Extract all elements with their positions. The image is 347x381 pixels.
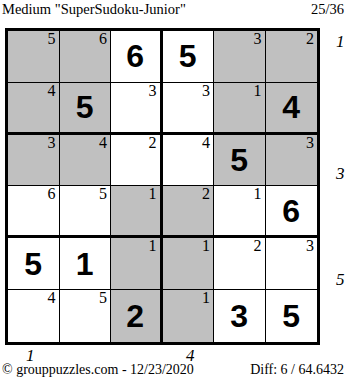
cell-r5c1[interactable]: 5 (8, 238, 60, 290)
cell-r5c3[interactable]: 1 (111, 238, 163, 290)
cell-r1c4[interactable]: 5 (163, 31, 215, 83)
big-digit (60, 186, 111, 235)
big-digit: 5 (266, 290, 318, 342)
cell-r4c6[interactable]: 6 (266, 186, 318, 238)
cell-r4c4[interactable]: 2 (163, 186, 215, 238)
big-digit: 6 (266, 186, 318, 235)
cell-r6c1[interactable]: 4 (8, 290, 60, 342)
big-digit: 2 (111, 290, 160, 342)
big-digit (8, 290, 59, 342)
big-digit: 5 (163, 31, 214, 82)
big-digit (111, 83, 160, 132)
big-digit (266, 238, 318, 289)
big-digit: 5 (60, 83, 111, 132)
difficulty-text: Diff: 6 / 64.6432 (250, 362, 344, 378)
cell-r6c2[interactable]: 5 (60, 290, 112, 342)
cell-r3c1[interactable]: 3 (8, 135, 60, 187)
big-digit: 5 (8, 238, 59, 289)
big-digit (60, 290, 111, 342)
cell-r5c5[interactable]: 2 (214, 238, 266, 290)
cell-r1c3[interactable]: 6 (111, 31, 163, 83)
puzzle-page: Medium "SuperSudoku-Junior" 25/36 5 6 6 … (0, 0, 347, 381)
big-digit (163, 186, 214, 235)
cell-r2c5[interactable]: 1 (214, 83, 266, 135)
big-digit (60, 31, 111, 82)
big-digit (111, 135, 160, 186)
copyright-text: © grouppuzzles.com - 12/23/2020 (2, 362, 194, 378)
cell-r2c4[interactable]: 3 (163, 83, 215, 135)
big-digit (163, 238, 214, 289)
cell-r6c3[interactable]: 2 (111, 290, 163, 342)
big-digit: 1 (60, 238, 111, 289)
cell-r2c2[interactable]: 5 (60, 83, 112, 135)
big-digit (111, 238, 160, 289)
row-label-1: 1 (336, 33, 345, 50)
big-digit: 5 (214, 135, 265, 186)
cell-r3c3[interactable]: 2 (111, 135, 163, 187)
cell-r2c6[interactable]: 4 (266, 83, 318, 135)
cell-r2c1[interactable]: 4 (8, 83, 60, 135)
big-digit (214, 31, 265, 82)
puzzle-title: Medium "SuperSudoku-Junior" (2, 1, 186, 18)
cell-r3c5[interactable]: 5 (214, 135, 266, 187)
footer: © grouppuzzles.com - 12/23/2020 Diff: 6 … (2, 362, 344, 378)
sudoku-board: 5 6 6 5 3 2 4 5 3 3 1 4 3 4 2 4 5 3 6 5 … (5, 28, 320, 345)
cell-r5c6[interactable]: 3 (266, 238, 318, 290)
big-digit (111, 186, 160, 235)
row-label-3: 3 (336, 165, 345, 182)
big-digit (163, 290, 214, 342)
cell-r4c2[interactable]: 5 (60, 186, 112, 238)
big-digit (8, 186, 59, 235)
cell-r3c2[interactable]: 4 (60, 135, 112, 187)
cell-r6c4[interactable]: 1 (163, 290, 215, 342)
cell-r4c1[interactable]: 6 (8, 186, 60, 238)
cell-r1c2[interactable]: 6 (60, 31, 112, 83)
cell-r1c6[interactable]: 2 (266, 31, 318, 83)
cell-r6c5[interactable]: 3 (214, 290, 266, 342)
big-digit: 6 (111, 31, 160, 82)
cell-r1c5[interactable]: 3 (214, 31, 266, 83)
big-digit (214, 238, 265, 289)
cell-r5c4[interactable]: 1 (163, 238, 215, 290)
big-digit (163, 83, 214, 132)
big-digit (214, 186, 265, 235)
cell-r4c5[interactable]: 1 (214, 186, 266, 238)
cell-r5c2[interactable]: 1 (60, 238, 112, 290)
cell-r6c6[interactable]: 5 (266, 290, 318, 342)
big-digit: 3 (214, 290, 265, 342)
big-digit (163, 135, 214, 186)
header: Medium "SuperSudoku-Junior" 25/36 (2, 1, 344, 18)
big-digit (60, 135, 111, 186)
cell-r3c4[interactable]: 4 (163, 135, 215, 187)
cell-r3c6[interactable]: 3 (266, 135, 318, 187)
cells-remaining-counter: 25/36 (311, 1, 344, 18)
big-digit (266, 31, 318, 82)
big-digit (214, 83, 265, 132)
cell-r1c1[interactable]: 5 (8, 31, 60, 83)
big-digit: 4 (266, 83, 318, 132)
cell-r2c3[interactable]: 3 (111, 83, 163, 135)
cell-r4c3[interactable]: 1 (111, 186, 163, 238)
big-digit (266, 135, 318, 186)
row-label-5: 5 (336, 271, 345, 288)
big-digit (8, 83, 59, 132)
big-digit (8, 135, 59, 186)
big-digit (8, 31, 59, 82)
